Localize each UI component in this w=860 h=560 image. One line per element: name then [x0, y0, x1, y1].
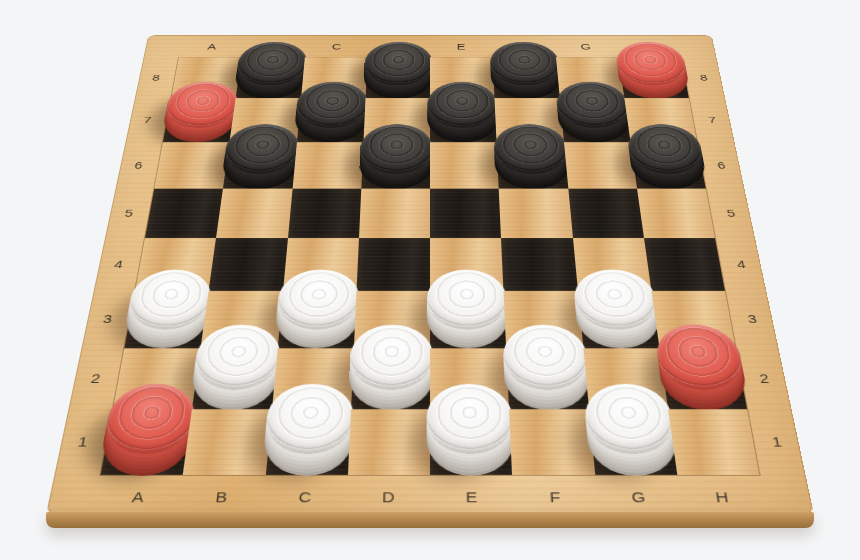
square-c1[interactable] [265, 409, 350, 475]
square-e3[interactable] [430, 291, 506, 348]
square-b1[interactable] [183, 409, 272, 475]
square-h5[interactable] [637, 188, 715, 238]
piece-black-d8[interactable] [363, 42, 433, 86]
square-c3[interactable] [277, 291, 356, 348]
square-d6[interactable] [361, 142, 430, 188]
square-g1[interactable] [589, 409, 678, 475]
square-a6[interactable] [154, 142, 229, 188]
file-label-bottom-g: G [595, 482, 682, 512]
file-labels-bottom: ABCDEFGH [94, 482, 766, 512]
square-h4[interactable] [644, 238, 725, 291]
board-side-edge [46, 512, 814, 528]
square-e7[interactable] [430, 98, 497, 142]
square-f8[interactable] [493, 57, 560, 98]
square-c6[interactable] [292, 142, 363, 188]
file-label-bottom-b: B [178, 482, 265, 512]
square-d1[interactable] [348, 409, 430, 475]
square-b4[interactable] [209, 238, 288, 291]
square-g3[interactable] [577, 291, 659, 348]
piece-black-d6[interactable] [359, 124, 433, 174]
piece-white-d2[interactable] [348, 325, 433, 390]
square-b5[interactable] [216, 188, 292, 238]
file-label-bottom-c: C [262, 482, 347, 512]
square-d4[interactable] [356, 238, 430, 291]
square-h2[interactable] [659, 348, 747, 409]
square-a1[interactable] [101, 409, 193, 475]
file-label-top-g: G [554, 38, 618, 54]
square-g7[interactable] [559, 98, 630, 142]
file-label-top-c: C [305, 38, 368, 54]
square-h6[interactable] [630, 142, 705, 188]
square-h8[interactable] [618, 57, 688, 98]
square-c7[interactable] [296, 98, 365, 142]
square-f4[interactable] [501, 238, 577, 291]
file-label-top-a: A [179, 38, 244, 54]
file-label-bottom-a: A [94, 482, 182, 512]
board-grid [101, 57, 760, 475]
piece-black-e7[interactable] [427, 82, 499, 129]
file-label-bottom-f: F [513, 482, 598, 512]
piece-black-c7[interactable] [295, 82, 369, 129]
square-b8[interactable] [236, 57, 305, 98]
square-d8[interactable] [365, 57, 430, 98]
file-label-top-e: E [430, 38, 493, 54]
square-a5[interactable] [145, 188, 223, 238]
square-b2[interactable] [192, 348, 277, 409]
square-a7[interactable] [163, 98, 236, 142]
square-c5[interactable] [288, 188, 362, 238]
checkers-board: ABCDEFGH ABCDEFGH 87654321 87654321 [46, 35, 814, 514]
file-label-bottom-h: H [678, 482, 766, 512]
square-e6[interactable] [430, 142, 499, 188]
square-e1[interactable] [430, 409, 512, 475]
square-f1[interactable] [509, 409, 594, 475]
checkers-scene: ABCDEFGH ABCDEFGH 87654321 87654321 [0, 0, 860, 560]
file-label-bottom-d: D [346, 482, 430, 512]
square-a3[interactable] [124, 291, 208, 348]
square-g5[interactable] [568, 188, 644, 238]
square-e5[interactable] [430, 188, 501, 238]
file-label-bottom-e: E [430, 482, 514, 512]
square-d2[interactable] [351, 348, 430, 409]
square-f5[interactable] [499, 188, 573, 238]
square-h1[interactable] [668, 409, 760, 475]
square-b6[interactable] [223, 142, 296, 188]
square-f2[interactable] [506, 348, 588, 409]
square-g6[interactable] [564, 142, 637, 188]
square-d5[interactable] [359, 188, 430, 238]
square-f6[interactable] [497, 142, 568, 188]
